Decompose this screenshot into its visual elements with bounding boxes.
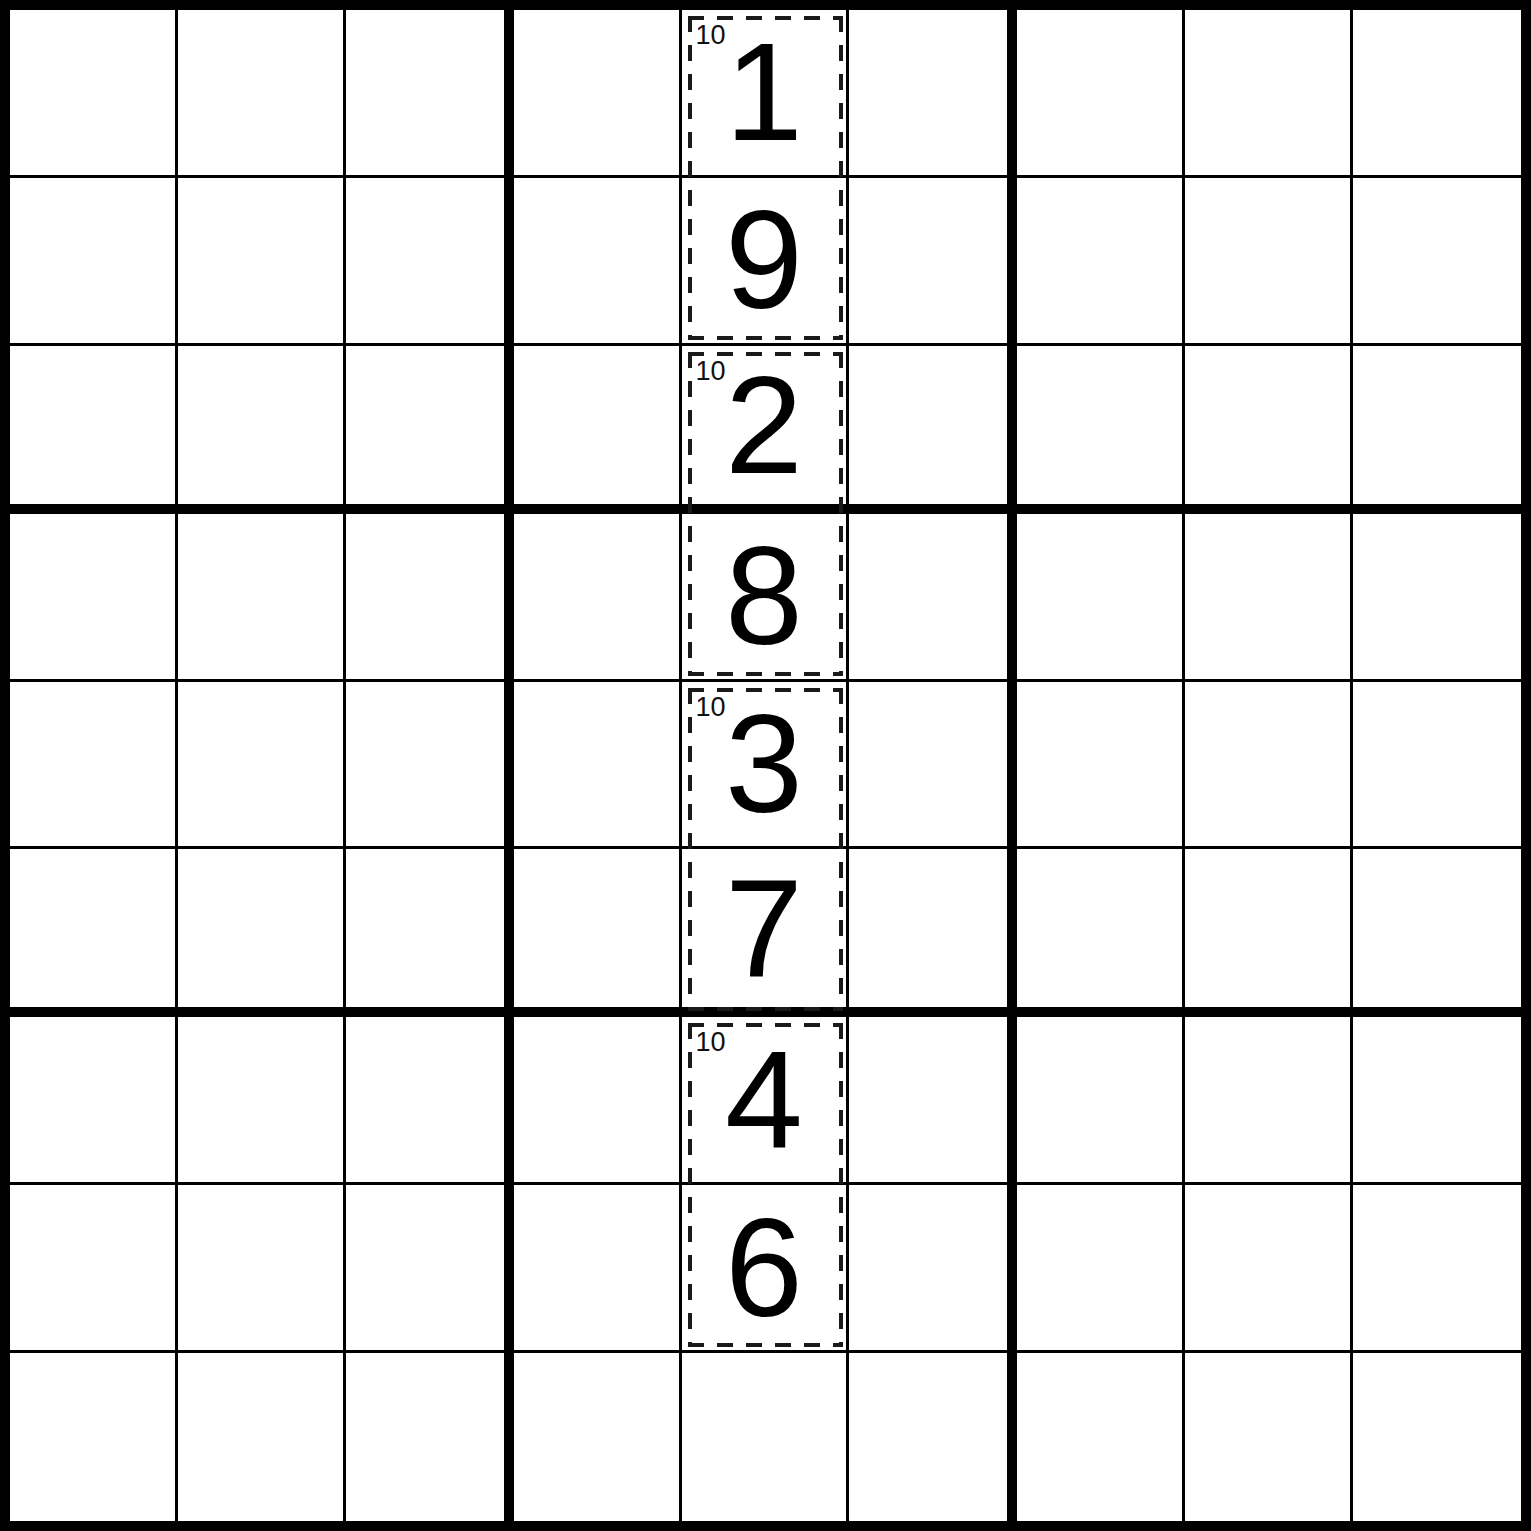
cell-r4c4[interactable]: [514, 514, 682, 682]
cell-r1c3[interactable]: [346, 10, 514, 178]
cell-r6c8[interactable]: [1185, 849, 1353, 1017]
given-digit: 8: [725, 526, 803, 666]
cell-r2c1[interactable]: [10, 178, 178, 346]
given-digit: 7: [725, 858, 803, 998]
cell-r1c9[interactable]: [1353, 10, 1521, 178]
given-digit: 4: [725, 1030, 803, 1170]
cell-r1c2[interactable]: [178, 10, 346, 178]
cell-r9c4[interactable]: [514, 1353, 682, 1521]
cell-r5c4[interactable]: [514, 682, 682, 850]
cell-r9c9[interactable]: [1353, 1353, 1521, 1521]
cell-r6c2[interactable]: [178, 849, 346, 1017]
cell-r1c6[interactable]: [849, 10, 1017, 178]
cell-r7c6[interactable]: [849, 1017, 1017, 1185]
cell-r6c6[interactable]: [849, 849, 1017, 1017]
cell-r9c6[interactable]: [849, 1353, 1017, 1521]
given-digit: 2: [725, 355, 803, 495]
cell-r4c3[interactable]: [346, 514, 514, 682]
cell-r1c8[interactable]: [1185, 10, 1353, 178]
cell-r7c5[interactable]: 4: [682, 1017, 850, 1185]
cell-r7c3[interactable]: [346, 1017, 514, 1185]
cell-r9c8[interactable]: [1185, 1353, 1353, 1521]
cell-r3c9[interactable]: [1353, 346, 1521, 514]
cell-r1c5[interactable]: 1: [682, 10, 850, 178]
cell-r7c8[interactable]: [1185, 1017, 1353, 1185]
cell-r9c7[interactable]: [1017, 1353, 1185, 1521]
cell-r8c7[interactable]: [1017, 1185, 1185, 1353]
cell-r8c9[interactable]: [1353, 1185, 1521, 1353]
cell-r4c6[interactable]: [849, 514, 1017, 682]
cell-r7c4[interactable]: [514, 1017, 682, 1185]
cell-r7c1[interactable]: [10, 1017, 178, 1185]
cell-r5c7[interactable]: [1017, 682, 1185, 850]
cell-r6c4[interactable]: [514, 849, 682, 1017]
cell-r1c4[interactable]: [514, 10, 682, 178]
cell-r4c7[interactable]: [1017, 514, 1185, 682]
cell-r5c5[interactable]: 3: [682, 682, 850, 850]
cell-r9c5[interactable]: [682, 1353, 850, 1521]
cell-r4c9[interactable]: [1353, 514, 1521, 682]
cell-r4c2[interactable]: [178, 514, 346, 682]
cell-r8c5[interactable]: 6: [682, 1185, 850, 1353]
cell-r7c2[interactable]: [178, 1017, 346, 1185]
cell-r4c8[interactable]: [1185, 514, 1353, 682]
cell-r2c4[interactable]: [514, 178, 682, 346]
cell-r7c7[interactable]: [1017, 1017, 1185, 1185]
cell-r5c1[interactable]: [10, 682, 178, 850]
cell-r3c7[interactable]: [1017, 346, 1185, 514]
cell-r2c8[interactable]: [1185, 178, 1353, 346]
cell-r8c2[interactable]: [178, 1185, 346, 1353]
given-digit: 3: [725, 694, 803, 834]
killer-sudoku-board: 1928374610101010: [0, 0, 1531, 1531]
cell-r9c3[interactable]: [346, 1353, 514, 1521]
cell-r3c6[interactable]: [849, 346, 1017, 514]
cell-r8c8[interactable]: [1185, 1185, 1353, 1353]
cell-r2c2[interactable]: [178, 178, 346, 346]
cell-r8c3[interactable]: [346, 1185, 514, 1353]
cell-r5c8[interactable]: [1185, 682, 1353, 850]
given-digit: 1: [725, 22, 803, 162]
cell-r5c6[interactable]: [849, 682, 1017, 850]
cell-r5c2[interactable]: [178, 682, 346, 850]
cell-r2c6[interactable]: [849, 178, 1017, 346]
cell-r6c7[interactable]: [1017, 849, 1185, 1017]
cell-r9c1[interactable]: [10, 1353, 178, 1521]
given-digit: 6: [725, 1198, 803, 1338]
cell-r6c3[interactable]: [346, 849, 514, 1017]
cell-r6c9[interactable]: [1353, 849, 1521, 1017]
cell-r3c2[interactable]: [178, 346, 346, 514]
cell-r2c5[interactable]: 9: [682, 178, 850, 346]
cell-r1c7[interactable]: [1017, 10, 1185, 178]
cell-r9c2[interactable]: [178, 1353, 346, 1521]
cell-r4c1[interactable]: [10, 514, 178, 682]
cell-r6c1[interactable]: [10, 849, 178, 1017]
cell-r5c3[interactable]: [346, 682, 514, 850]
cell-r5c9[interactable]: [1353, 682, 1521, 850]
cell-r2c3[interactable]: [346, 178, 514, 346]
cell-r8c1[interactable]: [10, 1185, 178, 1353]
cell-r7c9[interactable]: [1353, 1017, 1521, 1185]
cell-r6c5[interactable]: 7: [682, 849, 850, 1017]
cell-r2c9[interactable]: [1353, 178, 1521, 346]
cell-r3c5[interactable]: 2: [682, 346, 850, 514]
cell-r3c4[interactable]: [514, 346, 682, 514]
cell-r4c5[interactable]: 8: [682, 514, 850, 682]
cell-r8c4[interactable]: [514, 1185, 682, 1353]
cell-r3c1[interactable]: [10, 346, 178, 514]
given-digit: 9: [725, 190, 803, 330]
cell-r8c6[interactable]: [849, 1185, 1017, 1353]
cell-r1c1[interactable]: [10, 10, 178, 178]
cell-r3c3[interactable]: [346, 346, 514, 514]
cell-r3c8[interactable]: [1185, 346, 1353, 514]
cell-r2c7[interactable]: [1017, 178, 1185, 346]
